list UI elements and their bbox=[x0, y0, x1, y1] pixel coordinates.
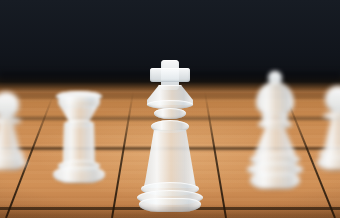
photo-stage: ♙ ♖ ♔ ♗ bbox=[0, 0, 340, 218]
vignette-overlay bbox=[0, 0, 340, 218]
